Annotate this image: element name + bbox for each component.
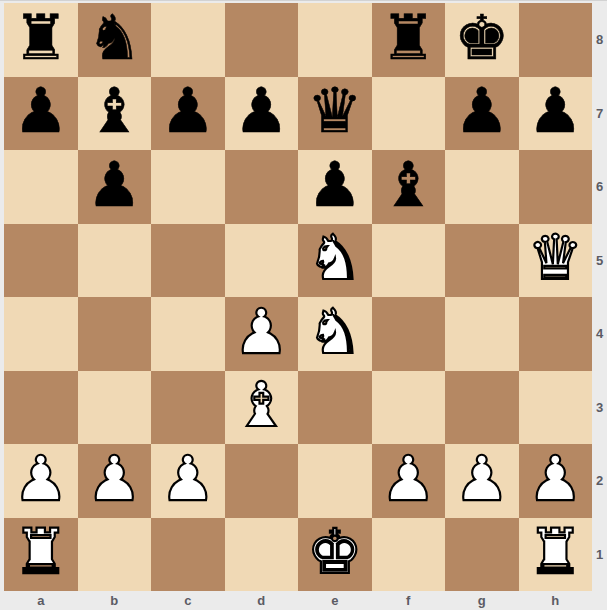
square-a4[interactable] (4, 297, 78, 371)
square-b7[interactable]: ♝ (78, 77, 152, 151)
piece-black-knight[interactable]: ♞ (86, 7, 142, 69)
square-g8[interactable]: ♚ (445, 3, 519, 77)
square-b1[interactable] (78, 518, 152, 592)
piece-white-knight[interactable]: ♞ (307, 227, 363, 289)
square-f8[interactable]: ♜ (372, 3, 446, 77)
square-f6[interactable]: ♝ (372, 150, 446, 224)
rank-label-3: 3 (592, 371, 607, 445)
file-label-h: h (519, 590, 593, 610)
rank-label-8: 8 (592, 3, 607, 77)
square-g3[interactable] (445, 371, 519, 445)
square-g5[interactable] (445, 224, 519, 298)
square-a5[interactable] (4, 224, 78, 298)
square-h4[interactable] (519, 297, 593, 371)
piece-black-pawn[interactable]: ♟ (233, 80, 289, 142)
square-g4[interactable] (445, 297, 519, 371)
piece-black-pawn[interactable]: ♟ (454, 80, 510, 142)
square-e2[interactable] (298, 444, 372, 518)
square-a7[interactable]: ♟ (4, 77, 78, 151)
square-h7[interactable]: ♟ (519, 77, 593, 151)
square-b8[interactable]: ♞ (78, 3, 152, 77)
square-b2[interactable]: ♟ (78, 444, 152, 518)
piece-black-pawn[interactable]: ♟ (86, 154, 142, 216)
square-h2[interactable]: ♟ (519, 444, 593, 518)
square-e7[interactable]: ♛ (298, 77, 372, 151)
square-b3[interactable] (78, 371, 152, 445)
square-g1[interactable] (445, 518, 519, 592)
piece-white-pawn[interactable]: ♟ (160, 448, 216, 510)
square-d2[interactable] (225, 444, 299, 518)
square-c4[interactable] (151, 297, 225, 371)
rank-label-6: 6 (592, 150, 607, 224)
piece-white-pawn[interactable]: ♟ (527, 448, 583, 510)
piece-black-bishop[interactable]: ♝ (380, 154, 436, 216)
file-label-f: f (372, 590, 446, 610)
piece-black-queen[interactable]: ♛ (307, 80, 363, 142)
file-label-b: b (78, 590, 152, 610)
square-e1[interactable]: ♚ (298, 518, 372, 592)
square-h3[interactable] (519, 371, 593, 445)
square-f3[interactable] (372, 371, 446, 445)
square-c7[interactable]: ♟ (151, 77, 225, 151)
file-label-c: c (151, 590, 225, 610)
square-c2[interactable]: ♟ (151, 444, 225, 518)
piece-white-bishop[interactable]: ♝ (233, 374, 289, 436)
piece-white-pawn[interactable]: ♟ (380, 448, 436, 510)
square-g2[interactable]: ♟ (445, 444, 519, 518)
file-label-g: g (445, 590, 519, 610)
square-f1[interactable] (372, 518, 446, 592)
square-a2[interactable]: ♟ (4, 444, 78, 518)
square-b4[interactable] (78, 297, 152, 371)
square-c8[interactable] (151, 3, 225, 77)
square-e5[interactable]: ♞ (298, 224, 372, 298)
file-label-a: a (4, 590, 78, 610)
rank-label-2: 2 (592, 444, 607, 518)
piece-black-bishop[interactable]: ♝ (86, 80, 142, 142)
piece-white-pawn[interactable]: ♟ (454, 448, 510, 510)
rank-label-1: 1 (592, 518, 607, 592)
square-e4[interactable]: ♞ (298, 297, 372, 371)
square-h6[interactable] (519, 150, 593, 224)
square-c5[interactable] (151, 224, 225, 298)
piece-white-pawn[interactable]: ♟ (86, 448, 142, 510)
square-a1[interactable]: ♜ (4, 518, 78, 592)
square-d5[interactable] (225, 224, 299, 298)
square-c6[interactable] (151, 150, 225, 224)
square-c3[interactable] (151, 371, 225, 445)
square-e8[interactable] (298, 3, 372, 77)
piece-black-rook[interactable]: ♜ (380, 7, 436, 69)
square-h8[interactable] (519, 3, 593, 77)
square-g7[interactable]: ♟ (445, 77, 519, 151)
piece-white-pawn[interactable]: ♟ (13, 448, 69, 510)
square-g6[interactable] (445, 150, 519, 224)
piece-white-king[interactable]: ♚ (307, 521, 363, 583)
square-f7[interactable] (372, 77, 446, 151)
square-e3[interactable] (298, 371, 372, 445)
square-b5[interactable] (78, 224, 152, 298)
piece-white-pawn[interactable]: ♟ (233, 301, 289, 363)
square-h1[interactable]: ♜ (519, 518, 593, 592)
square-f4[interactable] (372, 297, 446, 371)
file-label-e: e (298, 590, 372, 610)
piece-white-rook[interactable]: ♜ (13, 521, 69, 583)
piece-black-rook[interactable]: ♜ (13, 7, 69, 69)
square-a3[interactable] (4, 371, 78, 445)
square-d7[interactable]: ♟ (225, 77, 299, 151)
square-e6[interactable]: ♟ (298, 150, 372, 224)
piece-black-pawn[interactable]: ♟ (160, 80, 216, 142)
square-a8[interactable]: ♜ (4, 3, 78, 77)
square-a6[interactable] (4, 150, 78, 224)
square-d3[interactable]: ♝ (225, 371, 299, 445)
square-c1[interactable] (151, 518, 225, 592)
square-d1[interactable] (225, 518, 299, 592)
rank-label-4: 4 (592, 297, 607, 371)
file-labels: abcdefgh (4, 590, 592, 610)
piece-white-queen[interactable]: ♛ (527, 227, 583, 289)
piece-black-king[interactable]: ♚ (454, 7, 510, 69)
square-d6[interactable] (225, 150, 299, 224)
file-label-d: d (225, 590, 299, 610)
square-d4[interactable]: ♟ (225, 297, 299, 371)
square-f2[interactable]: ♟ (372, 444, 446, 518)
piece-black-pawn[interactable]: ♟ (13, 80, 69, 142)
piece-white-knight[interactable]: ♞ (307, 301, 363, 363)
rank-labels: 87654321 (592, 3, 607, 591)
chess-board: ♜♞♜♚♟♝♟♟♛♟♟♟♟♝♞♛♟♞♝♟♟♟♟♟♟♜♚♜ (4, 3, 592, 591)
piece-white-rook[interactable]: ♜ (527, 521, 583, 583)
square-h5[interactable]: ♛ (519, 224, 593, 298)
rank-label-5: 5 (592, 224, 607, 298)
piece-black-pawn[interactable]: ♟ (307, 154, 363, 216)
piece-black-pawn[interactable]: ♟ (527, 80, 583, 142)
square-d8[interactable] (225, 3, 299, 77)
square-b6[interactable]: ♟ (78, 150, 152, 224)
rank-label-7: 7 (592, 77, 607, 151)
square-f5[interactable] (372, 224, 446, 298)
